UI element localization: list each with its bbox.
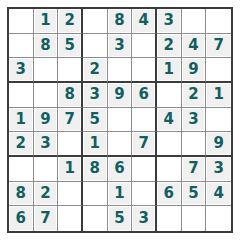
cell-r4c6[interactable]: 6 [132,83,157,108]
cell-r2c8[interactable]: 4 [182,34,207,59]
cell-r3c9[interactable] [206,58,231,83]
cell-r6c6[interactable]: 7 [132,132,157,157]
cell-r8c1[interactable]: 8 [9,182,34,207]
cell-r5c5[interactable] [108,108,133,133]
cell-r8c4[interactable] [83,182,108,207]
cell-r7c6[interactable] [132,157,157,182]
cell-r3c4[interactable]: 2 [83,58,108,83]
cell-r1c6[interactable]: 4 [132,9,157,34]
cell-r5c1[interactable]: 1 [9,108,34,133]
cell-r3c1[interactable]: 3 [9,58,34,83]
cell-r7c1[interactable] [9,157,34,182]
cell-r2c9[interactable]: 7 [206,34,231,59]
cell-r9c4[interactable] [83,206,108,231]
cell-r8c5[interactable]: 1 [108,182,133,207]
cell-r5c2[interactable]: 9 [34,108,59,133]
cell-r7c2[interactable] [34,157,59,182]
cell-r6c4[interactable]: 1 [83,132,108,157]
cell-r6c2[interactable]: 3 [34,132,59,157]
cell-r1c4[interactable] [83,9,108,34]
cell-r4c5[interactable]: 9 [108,83,133,108]
cell-r2c3[interactable]: 5 [58,34,83,59]
cell-r4c3[interactable]: 8 [58,83,83,108]
cell-r3c2[interactable] [34,58,59,83]
cell-r1c1[interactable] [9,9,34,34]
cell-r9c2[interactable]: 7 [34,206,59,231]
sudoku-page: 1284385324732198396211975432317918673821… [0,0,240,240]
cell-r1c7[interactable]: 3 [157,9,182,34]
cell-r5c8[interactable]: 3 [182,108,207,133]
cell-r7c7[interactable] [157,157,182,182]
cell-r1c8[interactable] [182,9,207,34]
cell-r7c4[interactable]: 8 [83,157,108,182]
cell-r5c9[interactable] [206,108,231,133]
cell-r7c8[interactable]: 7 [182,157,207,182]
cell-r2c1[interactable] [9,34,34,59]
cell-r4c2[interactable] [34,83,59,108]
cell-r7c5[interactable]: 6 [108,157,133,182]
cell-r3c8[interactable]: 9 [182,58,207,83]
cell-r8c6[interactable] [132,182,157,207]
cell-r6c7[interactable] [157,132,182,157]
cell-r5c4[interactable]: 5 [83,108,108,133]
cell-r4c7[interactable] [157,83,182,108]
cell-r2c7[interactable]: 2 [157,34,182,59]
cell-r1c5[interactable]: 8 [108,9,133,34]
cell-r9c1[interactable]: 6 [9,206,34,231]
cell-r6c5[interactable] [108,132,133,157]
cell-r9c8[interactable] [182,206,207,231]
cell-r8c3[interactable] [58,182,83,207]
cell-r3c3[interactable] [58,58,83,83]
cell-r8c8[interactable]: 5 [182,182,207,207]
cell-r5c7[interactable]: 4 [157,108,182,133]
cell-r1c2[interactable]: 1 [34,9,59,34]
cell-r9c6[interactable]: 3 [132,206,157,231]
cell-r3c6[interactable] [132,58,157,83]
cell-r4c8[interactable]: 2 [182,83,207,108]
cell-r5c3[interactable]: 7 [58,108,83,133]
cell-r2c5[interactable]: 3 [108,34,133,59]
cell-r1c3[interactable]: 2 [58,9,83,34]
cell-r2c4[interactable] [83,34,108,59]
cell-r9c5[interactable]: 5 [108,206,133,231]
cell-r1c9[interactable] [206,9,231,34]
cell-r3c5[interactable] [108,58,133,83]
cell-r6c3[interactable] [58,132,83,157]
cell-r4c1[interactable] [9,83,34,108]
cell-r9c3[interactable] [58,206,83,231]
sudoku-board: 1284385324732198396211975432317918673821… [7,7,233,233]
cell-r6c1[interactable]: 2 [9,132,34,157]
cell-r8c2[interactable]: 2 [34,182,59,207]
cell-r4c4[interactable]: 3 [83,83,108,108]
cell-r8c7[interactable]: 6 [157,182,182,207]
cell-r5c6[interactable] [132,108,157,133]
cell-r7c9[interactable]: 3 [206,157,231,182]
cell-r4c9[interactable]: 1 [206,83,231,108]
cell-r8c9[interactable]: 4 [206,182,231,207]
cell-r7c3[interactable]: 1 [58,157,83,182]
cell-r6c8[interactable] [182,132,207,157]
cell-r2c2[interactable]: 8 [34,34,59,59]
cell-r2c6[interactable] [132,34,157,59]
cell-r9c7[interactable] [157,206,182,231]
cell-r6c9[interactable]: 9 [206,132,231,157]
cell-r3c7[interactable]: 1 [157,58,182,83]
cell-r9c9[interactable] [206,206,231,231]
